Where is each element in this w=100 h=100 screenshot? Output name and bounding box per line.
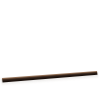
square-d4[interactable] (18, 13, 91, 16)
square-b7[interactable] (18, 13, 91, 16)
square-d1[interactable] (18, 13, 91, 16)
square-a1[interactable] (18, 13, 91, 16)
square-f4[interactable] (18, 13, 91, 16)
square-b6[interactable] (18, 13, 91, 16)
square-c2[interactable] (18, 13, 91, 16)
square-c7[interactable] (18, 13, 91, 16)
square-e3[interactable] (18, 13, 91, 16)
square-c8[interactable] (18, 13, 91, 16)
square-f8[interactable] (18, 13, 91, 16)
square-a2[interactable] (18, 13, 91, 16)
square-d5[interactable] (18, 13, 91, 16)
square-h1[interactable] (18, 13, 91, 16)
square-a7[interactable] (18, 13, 91, 16)
square-f3[interactable] (18, 13, 91, 16)
square-b4[interactable] (18, 13, 91, 16)
square-h5[interactable] (18, 13, 91, 16)
square-h7[interactable] (18, 13, 91, 16)
square-a5[interactable] (18, 13, 91, 16)
square-g2[interactable] (18, 13, 91, 16)
board-squares (18, 13, 91, 16)
square-a8[interactable] (18, 13, 91, 16)
square-a4[interactable] (18, 13, 91, 16)
square-b1[interactable] (18, 13, 91, 16)
chess-board (2, 13, 97, 78)
square-e5[interactable] (18, 13, 91, 16)
square-f7[interactable] (18, 13, 91, 16)
square-e4[interactable] (18, 13, 91, 16)
board-photo-scene (0, 0, 100, 100)
square-g3[interactable] (18, 13, 91, 16)
square-c4[interactable] (18, 13, 91, 16)
square-d3[interactable] (18, 13, 91, 16)
square-e7[interactable] (18, 13, 91, 16)
square-d2[interactable] (18, 13, 91, 16)
square-a3[interactable] (18, 13, 91, 16)
square-h3[interactable] (18, 13, 91, 16)
square-b3[interactable] (18, 13, 91, 16)
square-g6[interactable] (18, 13, 91, 16)
square-f5[interactable] (18, 13, 91, 16)
square-e6[interactable] (18, 13, 91, 16)
square-e8[interactable] (18, 13, 91, 16)
square-c5[interactable] (18, 13, 91, 16)
square-d7[interactable] (18, 13, 91, 16)
square-c1[interactable] (18, 13, 91, 16)
square-g7[interactable] (18, 13, 91, 16)
square-g1[interactable] (18, 13, 91, 16)
square-h4[interactable] (18, 13, 91, 16)
square-f6[interactable] (18, 13, 91, 16)
square-h2[interactable] (18, 13, 91, 16)
square-d6[interactable] (18, 13, 91, 16)
square-a6[interactable] (18, 13, 91, 16)
square-b2[interactable] (18, 13, 91, 16)
square-g4[interactable] (18, 13, 91, 16)
square-b8[interactable] (18, 13, 91, 16)
square-c3[interactable] (18, 13, 91, 16)
square-b5[interactable] (18, 13, 91, 16)
square-d8[interactable] (18, 13, 91, 16)
square-h6[interactable] (18, 13, 91, 16)
square-h8[interactable] (18, 13, 91, 16)
square-c6[interactable] (18, 13, 91, 16)
square-g8[interactable] (18, 13, 91, 16)
square-f2[interactable] (18, 13, 91, 16)
square-g5[interactable] (18, 13, 91, 16)
square-e1[interactable] (18, 13, 91, 16)
square-e2[interactable] (18, 13, 91, 16)
square-f1[interactable] (18, 13, 91, 16)
